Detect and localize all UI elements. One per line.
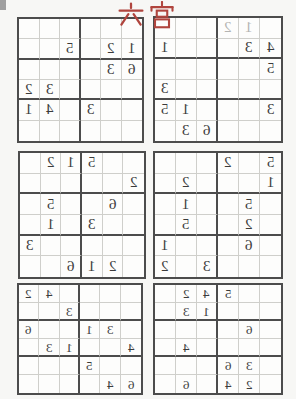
mirrored-digit: 3 — [107, 323, 114, 336]
sudoku-grid-2: 211345351336 — [153, 16, 283, 143]
cell-g3-r2c6: 2 — [123, 174, 144, 195]
cell-g3-r1c2: 2 — [41, 153, 62, 174]
cell-g5-r2c2 — [39, 303, 59, 321]
cell-g1-r3c4 — [81, 60, 102, 80]
cell-g3-r3c6 — [123, 194, 144, 215]
cell-g4-r1c1 — [155, 153, 176, 174]
cell-g1-r2c2 — [40, 39, 61, 59]
cell-g4-r1c2 — [176, 153, 197, 174]
mirrored-digit: 2 — [25, 82, 33, 97]
mirrored-digit: 1 — [182, 102, 190, 117]
cell-g2-r2c2 — [176, 39, 197, 60]
mirrored-digit: 5 — [47, 197, 55, 212]
cell-g2-r3c4 — [218, 59, 239, 80]
cell-g2-r6c6 — [260, 121, 281, 142]
cell-g1-r4c3 — [60, 80, 81, 100]
mirrored-digit: 1 — [182, 197, 190, 212]
cell-g4-r2c5 — [239, 174, 260, 195]
mirrored-digit: 3 — [245, 40, 253, 55]
cell-g6-r2c3: 1 — [197, 303, 218, 321]
mirrored-digit: 1 — [161, 238, 169, 253]
cell-g1-r5c4: 3 — [81, 100, 102, 120]
cell-g4-r2c1 — [155, 174, 176, 195]
sudoku-grid-3: 215256133612 — [18, 151, 146, 279]
mirrored-digit: 1 — [66, 341, 73, 354]
mirrored-digit: 3 — [26, 238, 34, 253]
mirrored-digit: 5 — [161, 102, 169, 117]
mirrored-digit: 3 — [87, 102, 95, 117]
cell-g1-r2c1 — [19, 39, 40, 59]
mirrored-digit: 5 — [225, 287, 232, 300]
cell-g1-r4c2: 3 — [40, 80, 61, 100]
cell-g2-r2c1: 1 — [155, 39, 176, 60]
mirrored-digit: 3 — [107, 62, 115, 77]
cell-g5-r4c3: 1 — [60, 339, 80, 357]
cell-g2-r4c1: 3 — [155, 80, 176, 101]
cell-g1-r5c3 — [60, 100, 81, 120]
title-glyph-gong — [148, 1, 176, 29]
cell-g2-r4c6 — [260, 80, 281, 101]
mirrored-digit: 4 — [46, 102, 54, 117]
cell-g4-r1c4: 2 — [218, 153, 239, 174]
cell-g2-r2c5: 3 — [239, 39, 260, 60]
cell-g6-r6c4: 4 — [218, 375, 239, 393]
cell-g4-r5c2 — [176, 236, 197, 257]
cell-g3-r4c4: 3 — [82, 215, 103, 236]
cell-g5-r4c1 — [19, 339, 39, 357]
cell-g6-r4c3 — [197, 339, 218, 357]
cell-g6-r5c3 — [197, 357, 218, 375]
cell-g6-r6c5: 2 — [239, 375, 260, 393]
cell-g4-r4c1 — [155, 215, 176, 236]
cell-g4-r5c6 — [260, 236, 281, 257]
cell-g5-r3c4: 1 — [80, 321, 100, 339]
cell-g5-r1c6 — [121, 285, 141, 303]
cell-g5-r3c5: 3 — [100, 321, 120, 339]
cell-g1-r2c3: 5 — [60, 39, 81, 59]
mirrored-digit: 1 — [67, 155, 75, 170]
cell-g2-r5c6: 3 — [260, 100, 281, 121]
cell-g4-r3c5: 5 — [239, 194, 260, 215]
mirrored-digit: 6 — [128, 378, 135, 391]
mirrored-digit: 4 — [203, 287, 210, 300]
cell-g2-r2c6: 4 — [260, 39, 281, 60]
sudoku-grid-6: 245316463642 — [153, 283, 283, 395]
cell-g2-r6c5 — [239, 121, 260, 142]
cell-g1-r3c1 — [19, 60, 40, 80]
cell-g6-r3c1 — [155, 321, 176, 339]
cell-g6-r2c1 — [155, 303, 176, 321]
cell-g6-r6c1 — [155, 375, 176, 393]
cell-g4-r6c2 — [176, 256, 197, 277]
mirrored-digit: 1 — [128, 41, 136, 56]
cell-g5-r6c5: 4 — [100, 375, 120, 393]
cell-g1-r1c1 — [19, 19, 40, 39]
cell-g6-r1c4: 5 — [218, 285, 239, 303]
mirrored-digit: 1 — [86, 323, 93, 336]
cell-g6-r1c6 — [260, 285, 281, 303]
cell-g1-r6c1 — [19, 121, 40, 141]
cell-g3-r3c5: 6 — [103, 194, 124, 215]
cell-g6-r4c6 — [260, 339, 281, 357]
cell-g3-r3c1 — [20, 194, 41, 215]
mirrored-digit: 4 — [225, 378, 232, 391]
cell-g2-r3c3 — [197, 59, 218, 80]
mirrored-digit: 3 — [46, 82, 54, 97]
mirrored-digit: 3 — [88, 217, 96, 232]
cell-g2-r1c5: 1 — [239, 18, 260, 39]
cell-g5-r4c2: 3 — [39, 339, 59, 357]
cell-g2-r3c6: 5 — [260, 59, 281, 80]
cell-g4-r3c4 — [218, 194, 239, 215]
cell-g3-r1c5 — [103, 153, 124, 174]
cell-g3-r4c3 — [61, 215, 82, 236]
mirrored-digit: 4 — [128, 341, 135, 354]
cell-g5-r3c2 — [39, 321, 59, 339]
cell-g3-r4c2: 1 — [41, 215, 62, 236]
mirrored-digit: 3 — [46, 341, 53, 354]
cell-g3-r5c6 — [123, 236, 144, 257]
mirrored-digit: 6 — [25, 323, 32, 336]
cell-g5-r6c1 — [19, 375, 39, 393]
cell-g5-r1c4 — [80, 285, 100, 303]
cell-g4-r3c3 — [197, 194, 218, 215]
mirrored-digit: 3 — [66, 305, 73, 318]
cell-g2-r4c2 — [176, 80, 197, 101]
cell-g4-r1c3 — [197, 153, 218, 174]
cell-g5-r3c6 — [121, 321, 141, 339]
cell-g2-r4c4 — [218, 80, 239, 101]
mirrored-digit: 2 — [182, 175, 190, 190]
cell-g3-r6c2 — [41, 256, 62, 277]
cell-g5-r4c5 — [100, 339, 120, 357]
cell-g2-r5c4 — [218, 100, 239, 121]
cell-g6-r4c2: 4 — [176, 339, 197, 357]
cell-g6-r6c3 — [197, 375, 218, 393]
cell-g1-r6c6 — [122, 121, 143, 141]
cell-g1-r4c4 — [81, 80, 102, 100]
cell-g1-r1c3 — [60, 19, 81, 39]
cell-g2-r5c1: 5 — [155, 100, 176, 121]
cell-g5-r6c2 — [39, 375, 59, 393]
cell-g3-r1c1 — [20, 153, 41, 174]
cell-g5-r2c5 — [100, 303, 120, 321]
mirrored-digit: 6 — [203, 123, 211, 138]
cell-g3-r5c4 — [82, 236, 103, 257]
cell-g6-r2c6 — [260, 303, 281, 321]
cell-g2-r4c5 — [239, 80, 260, 101]
cell-g3-r5c3 — [61, 236, 82, 257]
cell-g2-r4c3 — [197, 80, 218, 101]
cell-g6-r6c2: 6 — [176, 375, 197, 393]
cell-g4-r6c6 — [260, 256, 281, 277]
cell-g3-r2c2 — [41, 174, 62, 195]
cell-g5-r5c6 — [121, 357, 141, 375]
cell-g6-r6c6 — [260, 375, 281, 393]
cell-g3-r6c5: 2 — [103, 256, 124, 277]
cell-g5-r2c4 — [80, 303, 100, 321]
cell-g6-r1c2: 2 — [176, 285, 197, 303]
cell-g5-r2c1 — [19, 303, 39, 321]
mirrored-digit: 1 — [88, 259, 96, 274]
cell-g1-r2c4 — [81, 39, 102, 59]
cell-g3-r2c5 — [103, 174, 124, 195]
cell-g1-r6c2 — [40, 121, 61, 141]
cell-g5-r3c3 — [60, 321, 80, 339]
scan-edge-artifact — [0, 0, 6, 10]
mirrored-digit: 5 — [267, 61, 275, 76]
mirrored-digit: 6 — [225, 359, 232, 372]
cell-g5-r1c3 — [60, 285, 80, 303]
cell-g2-r2c4 — [218, 39, 239, 60]
cell-g3-r1c4: 5 — [82, 153, 103, 174]
mirrored-digit: 6 — [109, 197, 117, 212]
cell-g3-r3c4 — [82, 194, 103, 215]
mirrored-digit: 3 — [182, 123, 190, 138]
cell-g2-r1c4: 2 — [218, 18, 239, 39]
cell-g6-r2c4 — [218, 303, 239, 321]
cell-g6-r1c1 — [155, 285, 176, 303]
cell-g4-r1c5 — [239, 153, 260, 174]
cell-g6-r1c5 — [239, 285, 260, 303]
page-title: 六宫 — [117, 1, 179, 29]
cell-g2-r6c3: 6 — [197, 121, 218, 142]
cell-g5-r6c3 — [60, 375, 80, 393]
mirrored-digit: 4 — [46, 287, 53, 300]
cell-g3-r1c3: 1 — [61, 153, 82, 174]
mirrored-digit: 2 — [47, 155, 55, 170]
sudoku-grid-1: 5213623143 — [17, 17, 144, 143]
cell-g5-r5c5 — [100, 357, 120, 375]
mirrored-digit: 4 — [107, 378, 114, 391]
mirrored-digit: 5 — [88, 155, 96, 170]
cell-g5-r2c6 — [121, 303, 141, 321]
cell-g2-r6c2: 3 — [176, 121, 197, 142]
cell-g4-r1c6: 5 — [260, 153, 281, 174]
cell-g3-r4c1 — [20, 215, 41, 236]
cell-g3-r5c5 — [103, 236, 124, 257]
mirrored-digit: 3 — [161, 81, 169, 96]
mirrored-digit: 6 — [183, 378, 190, 391]
cell-g1-r2c5: 2 — [101, 39, 122, 59]
cell-g5-r4c4 — [80, 339, 100, 357]
cell-g4-r6c4 — [218, 256, 239, 277]
mirrored-digit: 2 — [183, 287, 190, 300]
mirrored-digit: 2 — [25, 287, 32, 300]
cell-g4-r3c2: 1 — [176, 194, 197, 215]
cell-g4-r6c1: 2 — [155, 256, 176, 277]
cell-g2-r5c2: 1 — [176, 100, 197, 121]
cell-g2-r1c3 — [197, 18, 218, 39]
cell-g2-r6c4 — [218, 121, 239, 142]
cell-g4-r5c4 — [218, 236, 239, 257]
cell-g6-r3c3 — [197, 321, 218, 339]
cell-g3-r6c1 — [20, 256, 41, 277]
cell-g3-r6c4: 1 — [82, 256, 103, 277]
sudoku-grid-5: 243613314546 — [17, 283, 143, 395]
mirrored-digit: 1 — [245, 20, 253, 35]
cell-g5-r3c1: 6 — [19, 321, 39, 339]
mirrored-digit: 6 — [245, 238, 253, 253]
cell-g4-r5c3 — [197, 236, 218, 257]
cell-g6-r3c5: 6 — [239, 321, 260, 339]
mirrored-digit: 2 — [246, 378, 253, 391]
mirrored-digit: 6 — [128, 62, 136, 77]
cell-g5-r6c4 — [80, 375, 100, 393]
cell-g1-r2c6: 1 — [122, 39, 143, 59]
mirrored-digit: 3 — [246, 359, 253, 372]
cell-g3-r5c2 — [41, 236, 62, 257]
cell-g6-r5c2 — [176, 357, 197, 375]
cell-g5-r1c5 — [100, 285, 120, 303]
cell-g1-r5c2: 4 — [40, 100, 61, 120]
cell-g4-r5c1: 1 — [155, 236, 176, 257]
mirrored-digit: 6 — [246, 323, 253, 336]
cell-g6-r2c2: 3 — [176, 303, 197, 321]
cell-g1-r1c2 — [40, 19, 61, 39]
cell-g4-r2c2: 2 — [176, 174, 197, 195]
cell-g6-r4c1 — [155, 339, 176, 357]
cell-g5-r4c6: 4 — [121, 339, 141, 357]
mirrored-digit: 4 — [183, 341, 190, 354]
cell-g5-r6c6: 6 — [121, 375, 141, 393]
cell-g1-r4c1: 2 — [19, 80, 40, 100]
cell-g4-r4c2: 5 — [176, 215, 197, 236]
cell-g6-r5c5: 3 — [239, 357, 260, 375]
cell-g6-r5c1 — [155, 357, 176, 375]
cell-g3-r2c1 — [20, 174, 41, 195]
mirrored-digit: 2 — [245, 217, 253, 232]
cell-g4-r4c6 — [260, 215, 281, 236]
cell-g1-r6c5 — [101, 121, 122, 141]
mirrored-digit: 2 — [109, 259, 117, 274]
cell-g6-r5c6 — [260, 357, 281, 375]
cell-g4-r6c3: 3 — [197, 256, 218, 277]
cell-g1-r3c3 — [60, 60, 81, 80]
mirrored-digit: 2 — [130, 175, 138, 190]
cell-g3-r6c6 — [123, 256, 144, 277]
mirrored-digit: 4 — [267, 40, 275, 55]
cell-g3-r1c6 — [123, 153, 144, 174]
cell-g1-r1c4 — [81, 19, 102, 39]
cell-g4-r2c6: 1 — [260, 174, 281, 195]
mirrored-digit: 2 — [224, 20, 232, 35]
cell-g3-r4c6 — [123, 215, 144, 236]
mirrored-digit: 1 — [25, 102, 33, 117]
cell-g6-r4c4 — [218, 339, 239, 357]
cell-g2-r1c6 — [260, 18, 281, 39]
cell-g2-r5c5 — [239, 100, 260, 121]
cell-g4-r2c3 — [197, 174, 218, 195]
mirrored-digit: 5 — [245, 197, 253, 212]
cell-g1-r5c1: 1 — [19, 100, 40, 120]
mirrored-digit: 2 — [161, 259, 169, 274]
cell-g3-r4c5 — [103, 215, 124, 236]
cell-g4-r5c5: 6 — [239, 236, 260, 257]
mirrored-digit: 5 — [66, 41, 74, 56]
cell-g6-r2c5 — [239, 303, 260, 321]
cell-g1-r5c5 — [101, 100, 122, 120]
mirrored-digit: 5 — [182, 217, 190, 232]
cell-g6-r1c3: 4 — [197, 285, 218, 303]
cell-g2-r5c3 — [197, 100, 218, 121]
cell-g2-r3c1 — [155, 59, 176, 80]
cell-g4-r4c5: 2 — [239, 215, 260, 236]
mirrored-digit: 3 — [267, 102, 275, 117]
cell-g4-r6c5 — [239, 256, 260, 277]
mirrored-digit: 1 — [203, 305, 210, 318]
cell-g4-r3c6 — [260, 194, 281, 215]
cell-g3-r6c3: 6 — [61, 256, 82, 277]
mirrored-digit: 1 — [267, 175, 275, 190]
cell-g5-r1c1: 2 — [19, 285, 39, 303]
cell-g3-r2c3 — [61, 174, 82, 195]
cell-g6-r5c4: 6 — [218, 357, 239, 375]
title-glyph-liu — [117, 1, 145, 29]
cell-g4-r4c3 — [197, 215, 218, 236]
cell-g3-r3c3 — [61, 194, 82, 215]
mirrored-digit: 3 — [183, 305, 190, 318]
cell-g4-r2c4 — [218, 174, 239, 195]
cell-g5-r5c1 — [19, 357, 39, 375]
cell-g2-r3c5 — [239, 59, 260, 80]
cell-g2-r6c1 — [155, 121, 176, 142]
cell-g2-r3c2 — [176, 59, 197, 80]
mirrored-digit: 1 — [47, 217, 55, 232]
cell-g5-r1c2: 4 — [39, 285, 59, 303]
cell-g6-r3c4 — [218, 321, 239, 339]
cell-g1-r3c5: 3 — [101, 60, 122, 80]
cell-g1-r4c6 — [122, 80, 143, 100]
cell-g4-r4c4 — [218, 215, 239, 236]
mirrored-digit: 2 — [107, 41, 115, 56]
cell-g6-r4c5 — [239, 339, 260, 357]
cell-g3-r5c1: 3 — [20, 236, 41, 257]
cell-g5-r5c3 — [60, 357, 80, 375]
cell-g1-r4c5 — [101, 80, 122, 100]
mirrored-digit: 3 — [203, 259, 211, 274]
cell-g5-r5c2 — [39, 357, 59, 375]
mirrored-digit: 5 — [267, 155, 275, 170]
mirrored-digit: 5 — [86, 359, 93, 372]
cell-g5-r2c3: 3 — [60, 303, 80, 321]
cell-g1-r5c6 — [122, 100, 143, 120]
cell-g1-r6c3 — [60, 121, 81, 141]
cell-g6-r3c2 — [176, 321, 197, 339]
cell-g4-r3c1 — [155, 194, 176, 215]
cell-g2-r2c3 — [197, 39, 218, 60]
mirrored-digit: 1 — [161, 40, 169, 55]
mirrored-digit: 6 — [67, 259, 75, 274]
mirrored-digit: 2 — [224, 155, 232, 170]
cell-g1-r3c2 — [40, 60, 61, 80]
cell-g3-r3c2: 5 — [41, 194, 62, 215]
cell-g6-r3c6 — [260, 321, 281, 339]
cell-g5-r5c4: 5 — [80, 357, 100, 375]
sudoku-grid-4: 252115521623 — [153, 151, 283, 279]
cell-g1-r3c6: 6 — [122, 60, 143, 80]
cell-g3-r2c4 — [82, 174, 103, 195]
cell-g1-r6c4 — [81, 121, 102, 141]
cell-g2-r1c2 — [176, 18, 197, 39]
